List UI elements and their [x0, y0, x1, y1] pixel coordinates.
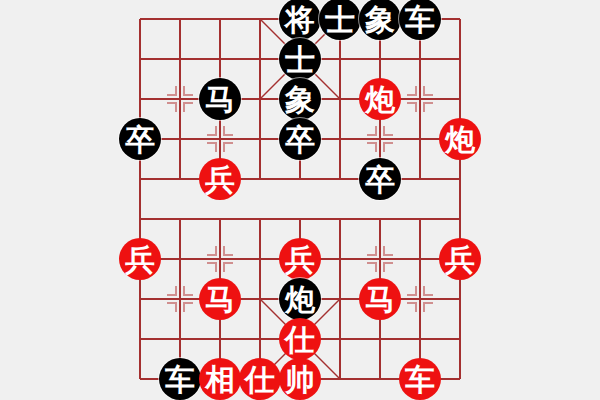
piece-glyph: 兵: [205, 165, 235, 195]
piece-glyph: 车: [405, 365, 435, 395]
piece-black-general[interactable]: 将: [279, 0, 321, 40]
piece-red-advisor[interactable]: 仕: [279, 318, 321, 360]
piece-glyph: 兵: [125, 245, 155, 275]
piece-glyph: 仕: [245, 365, 275, 395]
piece-black-soldier[interactable]: 卒: [119, 118, 161, 160]
piece-red-horse[interactable]: 马: [359, 278, 401, 320]
piece-black-advisor[interactable]: 士: [279, 38, 321, 80]
piece-glyph: 象: [285, 85, 315, 115]
piece-red-elephant[interactable]: 相: [199, 358, 241, 400]
piece-glyph: 卒: [285, 125, 315, 155]
piece-black-elephant[interactable]: 象: [359, 0, 401, 40]
piece-black-horse[interactable]: 马: [199, 78, 241, 120]
piece-red-soldier[interactable]: 兵: [439, 238, 481, 280]
pieces-layer: 将士象车士马象炮卒卒炮兵卒兵兵兵马炮马仕车相仕帅车: [120, 0, 480, 399]
piece-glyph: 兵: [285, 245, 315, 275]
piece-glyph: 炮: [285, 285, 315, 315]
piece-glyph: 卒: [125, 125, 155, 155]
piece-black-soldier[interactable]: 卒: [279, 118, 321, 160]
piece-black-soldier[interactable]: 卒: [359, 158, 401, 200]
piece-glyph: 炮: [445, 125, 475, 155]
piece-red-cannon[interactable]: 炮: [439, 118, 481, 160]
piece-red-advisor[interactable]: 仕: [239, 358, 281, 400]
piece-glyph: 士: [285, 45, 315, 75]
piece-glyph: 马: [205, 85, 235, 115]
piece-glyph: 炮: [365, 85, 395, 115]
piece-red-soldier[interactable]: 兵: [279, 238, 321, 280]
piece-black-cannon[interactable]: 炮: [279, 278, 321, 320]
piece-glyph: 马: [205, 285, 235, 315]
piece-glyph: 车: [165, 365, 195, 395]
piece-red-cannon[interactable]: 炮: [359, 78, 401, 120]
piece-red-horse[interactable]: 马: [199, 278, 241, 320]
piece-glyph: 象: [365, 5, 395, 35]
piece-black-chariot[interactable]: 车: [399, 0, 441, 40]
piece-red-soldier[interactable]: 兵: [199, 158, 241, 200]
piece-black-chariot[interactable]: 车: [159, 358, 201, 400]
piece-glyph: 车: [405, 5, 435, 35]
piece-black-advisor[interactable]: 士: [319, 0, 361, 40]
piece-glyph: 将: [285, 5, 315, 35]
piece-red-king[interactable]: 帅: [279, 358, 321, 400]
piece-glyph: 仕: [285, 325, 315, 355]
piece-black-elephant[interactable]: 象: [279, 78, 321, 120]
piece-glyph: 马: [365, 285, 395, 315]
piece-red-chariot[interactable]: 车: [399, 358, 441, 400]
xiangqi-screen: 将士象车士马象炮卒卒炮兵卒兵兵兵马炮马仕车相仕帅车: [0, 0, 600, 400]
piece-red-soldier[interactable]: 兵: [119, 238, 161, 280]
piece-glyph: 卒: [365, 165, 395, 195]
piece-glyph: 兵: [445, 245, 475, 275]
piece-glyph: 相: [205, 365, 235, 395]
piece-glyph: 帅: [285, 365, 315, 395]
piece-glyph: 士: [325, 5, 355, 35]
